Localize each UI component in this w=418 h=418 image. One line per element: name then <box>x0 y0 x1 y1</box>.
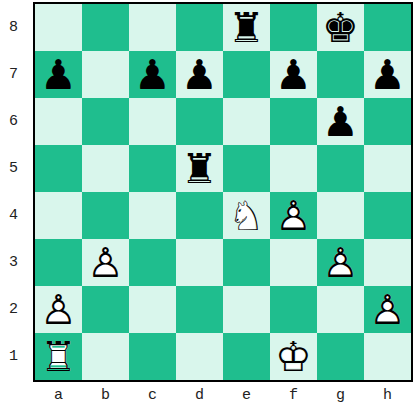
square-h8[interactable] <box>364 4 411 51</box>
file-label-f: f <box>270 384 317 408</box>
square-b2[interactable] <box>82 286 129 333</box>
square-c6[interactable] <box>129 98 176 145</box>
piece-white-knight: ♘ <box>223 192 270 239</box>
piece-white-pawn: ♙ <box>317 239 364 286</box>
rank-label-4: 4 <box>0 192 27 239</box>
square-b1[interactable] <box>82 333 129 380</box>
square-a8[interactable] <box>35 4 82 51</box>
chess-diagram: 87654321 ♜♚♟♟♟♟♟♟♜♞♘♟♙♟♙♟♙♟♙♟♙♜♖♚♔ abcde… <box>0 0 418 418</box>
square-g7[interactable] <box>317 51 364 98</box>
square-d6[interactable] <box>176 98 223 145</box>
square-e3[interactable] <box>223 239 270 286</box>
square-c8[interactable] <box>129 4 176 51</box>
square-e1[interactable] <box>223 333 270 380</box>
square-g3[interactable]: ♟♙ <box>317 239 364 286</box>
file-label-d: d <box>176 384 223 408</box>
square-a3[interactable] <box>35 239 82 286</box>
piece-white-pawn: ♙ <box>270 192 317 239</box>
square-h2[interactable]: ♟♙ <box>364 286 411 333</box>
square-b6[interactable] <box>82 98 129 145</box>
square-d3[interactable] <box>176 239 223 286</box>
piece-black-pawn: ♟ <box>35 51 82 98</box>
file-label-g: g <box>317 384 364 408</box>
square-a6[interactable] <box>35 98 82 145</box>
square-f2[interactable] <box>270 286 317 333</box>
rank-label-5: 5 <box>0 145 27 192</box>
square-f7[interactable]: ♟ <box>270 51 317 98</box>
square-e4[interactable]: ♞♘ <box>223 192 270 239</box>
square-h4[interactable] <box>364 192 411 239</box>
square-e8[interactable]: ♜ <box>223 4 270 51</box>
square-c2[interactable] <box>129 286 176 333</box>
square-h1[interactable] <box>364 333 411 380</box>
square-a2[interactable]: ♟♙ <box>35 286 82 333</box>
square-b8[interactable] <box>82 4 129 51</box>
piece-black-pawn: ♟ <box>364 51 411 98</box>
square-a5[interactable] <box>35 145 82 192</box>
chess-board: ♜♚♟♟♟♟♟♟♜♞♘♟♙♟♙♟♙♟♙♟♙♜♖♚♔ <box>33 2 413 382</box>
square-f8[interactable] <box>270 4 317 51</box>
rank-label-1: 1 <box>0 333 27 380</box>
square-g4[interactable] <box>317 192 364 239</box>
rank-label-8: 8 <box>0 4 27 51</box>
piece-white-rook: ♖ <box>35 333 82 380</box>
square-h5[interactable] <box>364 145 411 192</box>
piece-black-pawn: ♟ <box>317 98 364 145</box>
rank-label-6: 6 <box>0 98 27 145</box>
square-d8[interactable] <box>176 4 223 51</box>
square-h6[interactable] <box>364 98 411 145</box>
rank-label-7: 7 <box>0 51 27 98</box>
square-g1[interactable] <box>317 333 364 380</box>
file-label-c: c <box>129 384 176 408</box>
square-d1[interactable] <box>176 333 223 380</box>
square-f6[interactable] <box>270 98 317 145</box>
square-c1[interactable] <box>129 333 176 380</box>
file-label-e: e <box>223 384 270 408</box>
file-label-b: b <box>82 384 129 408</box>
square-d2[interactable] <box>176 286 223 333</box>
square-e5[interactable] <box>223 145 270 192</box>
square-g2[interactable] <box>317 286 364 333</box>
square-c4[interactable] <box>129 192 176 239</box>
square-b4[interactable] <box>82 192 129 239</box>
file-label-a: a <box>35 384 82 408</box>
piece-black-king: ♚ <box>317 4 364 51</box>
square-f5[interactable] <box>270 145 317 192</box>
piece-black-pawn: ♟ <box>176 51 223 98</box>
square-b5[interactable] <box>82 145 129 192</box>
file-label-h: h <box>364 384 411 408</box>
square-e2[interactable] <box>223 286 270 333</box>
square-e7[interactable] <box>223 51 270 98</box>
square-e6[interactable] <box>223 98 270 145</box>
rank-label-3: 3 <box>0 239 27 286</box>
square-h7[interactable]: ♟ <box>364 51 411 98</box>
square-a7[interactable]: ♟ <box>35 51 82 98</box>
file-labels: abcdefgh <box>35 384 411 408</box>
square-g8[interactable]: ♚ <box>317 4 364 51</box>
square-b7[interactable] <box>82 51 129 98</box>
piece-black-rook: ♜ <box>223 4 270 51</box>
square-d4[interactable] <box>176 192 223 239</box>
piece-black-pawn: ♟ <box>270 51 317 98</box>
square-f1[interactable]: ♚♔ <box>270 333 317 380</box>
square-g5[interactable] <box>317 145 364 192</box>
square-f4[interactable]: ♟♙ <box>270 192 317 239</box>
piece-white-king: ♔ <box>270 333 317 380</box>
square-b3[interactable]: ♟♙ <box>82 239 129 286</box>
piece-white-pawn: ♙ <box>35 286 82 333</box>
piece-black-rook: ♜ <box>176 145 223 192</box>
piece-white-pawn: ♙ <box>364 286 411 333</box>
square-a4[interactable] <box>35 192 82 239</box>
square-d5[interactable]: ♜ <box>176 145 223 192</box>
square-c5[interactable] <box>129 145 176 192</box>
square-c7[interactable]: ♟ <box>129 51 176 98</box>
square-a1[interactable]: ♜♖ <box>35 333 82 380</box>
square-h3[interactable] <box>364 239 411 286</box>
square-f3[interactable] <box>270 239 317 286</box>
square-d7[interactable]: ♟ <box>176 51 223 98</box>
rank-label-2: 2 <box>0 286 27 333</box>
piece-white-pawn: ♙ <box>82 239 129 286</box>
square-c3[interactable] <box>129 239 176 286</box>
square-g6[interactable]: ♟ <box>317 98 364 145</box>
piece-black-pawn: ♟ <box>129 51 176 98</box>
